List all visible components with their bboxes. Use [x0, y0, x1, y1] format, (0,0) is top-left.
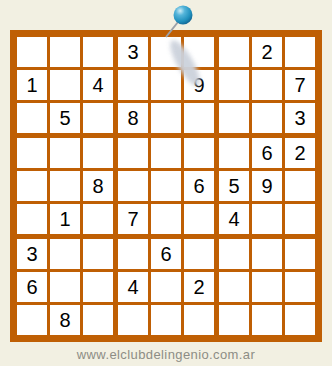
cell-r8c3[interactable]: [83, 272, 113, 302]
cell-r8c5[interactable]: [151, 272, 181, 302]
cell-r9c1[interactable]: [17, 305, 47, 335]
pin-ball: [174, 6, 193, 25]
sudoku-box: 273: [219, 37, 315, 133]
cell-r7c4[interactable]: [118, 239, 148, 269]
cell-r6c9[interactable]: [285, 204, 315, 234]
cell-r2c4[interactable]: [118, 70, 148, 100]
sudoku-box: 145: [17, 37, 113, 133]
cell-r9c2[interactable]: 8: [50, 305, 80, 335]
cell-r1c1[interactable]: [17, 37, 47, 67]
cell-r8c7[interactable]: [219, 272, 249, 302]
cell-r5c1[interactable]: [17, 171, 47, 201]
cell-r5c9[interactable]: [285, 171, 315, 201]
cell-r5c8[interactable]: 9: [252, 171, 282, 201]
cell-r2c9[interactable]: 7: [285, 70, 315, 100]
cell-r1c2[interactable]: [50, 37, 80, 67]
cell-r5c6[interactable]: 6: [184, 171, 214, 201]
cell-r2c6[interactable]: 9: [184, 70, 214, 100]
cell-r1c3[interactable]: [83, 37, 113, 67]
cell-r8c1[interactable]: 6: [17, 272, 47, 302]
cell-r2c8[interactable]: [252, 70, 282, 100]
cell-r5c7[interactable]: 5: [219, 171, 249, 201]
cell-r1c9[interactable]: [285, 37, 315, 67]
cell-r3c7[interactable]: [219, 103, 249, 133]
cell-r4c6[interactable]: [184, 138, 214, 168]
cell-r6c2[interactable]: 1: [50, 204, 80, 234]
cell-r5c2[interactable]: [50, 171, 80, 201]
cell-r9c5[interactable]: [151, 305, 181, 335]
cell-r3c9[interactable]: 3: [285, 103, 315, 133]
sudoku-box: 81: [17, 138, 113, 234]
cell-r4c4[interactable]: [118, 138, 148, 168]
cell-r5c5[interactable]: [151, 171, 181, 201]
cell-r9c3[interactable]: [83, 305, 113, 335]
cell-r3c6[interactable]: [184, 103, 214, 133]
cell-r8c8[interactable]: [252, 272, 282, 302]
cell-r7c6[interactable]: [184, 239, 214, 269]
cell-r4c7[interactable]: [219, 138, 249, 168]
cell-r9c4[interactable]: [118, 305, 148, 335]
sudoku-box: 398: [118, 37, 214, 133]
cell-r7c2[interactable]: [50, 239, 80, 269]
cell-r1c6[interactable]: [184, 37, 214, 67]
cell-r2c1[interactable]: 1: [17, 70, 47, 100]
cell-r1c8[interactable]: 2: [252, 37, 282, 67]
sudoku-box: 67: [118, 138, 214, 234]
cell-r3c1[interactable]: [17, 103, 47, 133]
cell-r6c1[interactable]: [17, 204, 47, 234]
sudoku-board: 145398273816762594368642: [10, 30, 322, 342]
cell-r3c8[interactable]: [252, 103, 282, 133]
cell-r5c3[interactable]: 8: [83, 171, 113, 201]
cell-r4c3[interactable]: [83, 138, 113, 168]
sudoku-box: 642: [118, 239, 214, 335]
cell-r4c2[interactable]: [50, 138, 80, 168]
sudoku-box: 368: [17, 239, 113, 335]
cell-r6c8[interactable]: [252, 204, 282, 234]
cell-r4c8[interactable]: 6: [252, 138, 282, 168]
cell-r4c5[interactable]: [151, 138, 181, 168]
cell-r9c6[interactable]: [184, 305, 214, 335]
cell-r4c9[interactable]: 2: [285, 138, 315, 168]
cell-r8c4[interactable]: 4: [118, 272, 148, 302]
sudoku-box: [219, 239, 315, 335]
cell-r2c7[interactable]: [219, 70, 249, 100]
cell-r7c8[interactable]: [252, 239, 282, 269]
cell-r9c9[interactable]: [285, 305, 315, 335]
cell-r2c2[interactable]: [50, 70, 80, 100]
cell-r1c5[interactable]: [151, 37, 181, 67]
cell-r6c3[interactable]: [83, 204, 113, 234]
cell-r9c8[interactable]: [252, 305, 282, 335]
cell-r2c5[interactable]: [151, 70, 181, 100]
cell-r3c2[interactable]: 5: [50, 103, 80, 133]
cell-r2c3[interactable]: 4: [83, 70, 113, 100]
cell-r7c3[interactable]: [83, 239, 113, 269]
cell-r6c5[interactable]: [151, 204, 181, 234]
cell-r7c1[interactable]: 3: [17, 239, 47, 269]
cell-r6c6[interactable]: [184, 204, 214, 234]
sudoku-box: 62594: [219, 138, 315, 234]
cell-r3c3[interactable]: [83, 103, 113, 133]
cell-r7c9[interactable]: [285, 239, 315, 269]
cell-r8c6[interactable]: 2: [184, 272, 214, 302]
cell-r6c7[interactable]: 4: [219, 204, 249, 234]
page-background: 145398273816762594368642 www.elclubdelin…: [0, 0, 332, 366]
cell-r1c7[interactable]: [219, 37, 249, 67]
cell-r3c4[interactable]: 8: [118, 103, 148, 133]
cell-r3c5[interactable]: [151, 103, 181, 133]
cell-r6c4[interactable]: 7: [118, 204, 148, 234]
cell-r9c7[interactable]: [219, 305, 249, 335]
cell-r1c4[interactable]: 3: [118, 37, 148, 67]
website-url: www.elclubdelingenio.com.ar: [0, 347, 332, 362]
cell-r8c9[interactable]: [285, 272, 315, 302]
cell-r8c2[interactable]: [50, 272, 80, 302]
cell-r7c7[interactable]: [219, 239, 249, 269]
cell-r5c4[interactable]: [118, 171, 148, 201]
cell-r7c5[interactable]: 6: [151, 239, 181, 269]
cell-r4c1[interactable]: [17, 138, 47, 168]
